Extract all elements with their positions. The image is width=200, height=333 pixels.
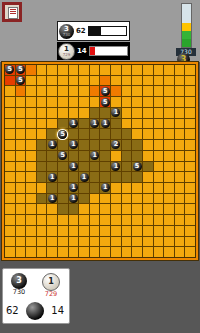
board-cell[interactable]: 1 [111, 108, 121, 118]
board-cell[interactable] [69, 247, 79, 257]
board-cell[interactable] [16, 247, 26, 257]
board-cell[interactable] [175, 97, 185, 107]
board-cell[interactable] [143, 237, 153, 247]
board-cell[interactable] [132, 226, 142, 236]
board-cell[interactable]: 5 [58, 151, 68, 161]
board-cell[interactable] [122, 247, 132, 257]
board-cell[interactable] [175, 140, 185, 150]
board-cell[interactable] [111, 194, 121, 204]
board-cell[interactable]: 5 [100, 97, 110, 107]
board-cell[interactable] [185, 247, 195, 257]
board-cell[interactable] [26, 151, 36, 161]
board-cell[interactable] [132, 86, 142, 96]
board-cell[interactable] [154, 76, 164, 86]
board-cell[interactable] [37, 204, 47, 214]
board-cell[interactable] [175, 204, 185, 214]
board-cell[interactable] [37, 237, 47, 247]
board-cell[interactable] [164, 215, 174, 225]
board-cell[interactable] [122, 108, 132, 118]
board-cell[interactable] [79, 119, 89, 129]
board-cell[interactable] [58, 204, 68, 214]
board-cell[interactable] [26, 162, 36, 172]
board-cell[interactable] [79, 86, 89, 96]
board-cell[interactable] [175, 65, 185, 75]
board-cell[interactable] [16, 119, 26, 129]
board-cell[interactable] [154, 183, 164, 193]
board-cell[interactable] [154, 151, 164, 161]
board-cell[interactable] [122, 204, 132, 214]
board-cell[interactable] [37, 65, 47, 75]
board-cell[interactable] [100, 247, 110, 257]
board-cell[interactable] [58, 65, 68, 75]
board-cell[interactable] [16, 237, 26, 247]
board-cell[interactable] [154, 237, 164, 247]
board-cell[interactable] [26, 108, 36, 118]
board-cell[interactable] [37, 76, 47, 86]
board-cell[interactable]: 5 [132, 162, 142, 172]
board-cell[interactable] [143, 215, 153, 225]
board-cell[interactable] [90, 162, 100, 172]
board-cell[interactable] [132, 172, 142, 182]
board-cell[interactable]: 1 [47, 172, 57, 182]
board-cell[interactable] [79, 108, 89, 118]
board-cell[interactable] [154, 108, 164, 118]
board-cell[interactable] [90, 108, 100, 118]
board-cell[interactable] [16, 108, 26, 118]
board-cell[interactable] [132, 215, 142, 225]
board-cell[interactable]: 1 [100, 119, 110, 129]
board-cell[interactable] [47, 215, 57, 225]
board-cell[interactable] [175, 183, 185, 193]
board-cell[interactable] [185, 86, 195, 96]
board-cell[interactable] [132, 183, 142, 193]
board-cell[interactable] [164, 129, 174, 139]
board-cell[interactable] [122, 172, 132, 182]
board-cell[interactable] [132, 237, 142, 247]
board-cell[interactable] [5, 119, 15, 129]
board-cell[interactable]: 1 [79, 172, 89, 182]
board-cell[interactable] [143, 183, 153, 193]
board-cell[interactable] [185, 151, 195, 161]
board-cell[interactable] [164, 108, 174, 118]
board-cell[interactable] [164, 237, 174, 247]
board-cell[interactable] [100, 162, 110, 172]
board-cell[interactable] [16, 226, 26, 236]
board-cell[interactable] [37, 97, 47, 107]
board-cell[interactable] [79, 247, 89, 257]
board-cell[interactable] [175, 247, 185, 257]
board-cell[interactable] [143, 247, 153, 257]
board-cell[interactable]: 5 [58, 129, 68, 139]
board-cell[interactable] [26, 140, 36, 150]
board-cell[interactable]: 1 [47, 194, 57, 204]
board-cell[interactable] [90, 183, 100, 193]
board-cell[interactable] [79, 162, 89, 172]
board-cell[interactable] [26, 194, 36, 204]
board-cell[interactable] [154, 215, 164, 225]
board-cell[interactable] [5, 226, 15, 236]
board-cell[interactable]: 5 [16, 76, 26, 86]
board-cell[interactable] [154, 86, 164, 96]
board-cell[interactable] [100, 129, 110, 139]
board-cell[interactable] [100, 237, 110, 247]
board-cell[interactable] [47, 237, 57, 247]
board-cell[interactable] [122, 86, 132, 96]
board-cell[interactable] [100, 76, 110, 86]
board-cell[interactable] [26, 76, 36, 86]
board-cell[interactable] [164, 162, 174, 172]
board-cell[interactable] [47, 129, 57, 139]
board-cell[interactable] [100, 204, 110, 214]
board-cell[interactable] [154, 172, 164, 182]
board-cell[interactable] [5, 215, 15, 225]
board-cell[interactable] [5, 247, 15, 257]
board-cell[interactable] [143, 226, 153, 236]
board-cell[interactable]: 5 [100, 86, 110, 96]
board-cell[interactable] [143, 140, 153, 150]
board-cell[interactable] [111, 119, 121, 129]
board-cell[interactable] [111, 226, 121, 236]
board-cell[interactable] [122, 237, 132, 247]
board-cell[interactable] [69, 76, 79, 86]
board-cell[interactable] [175, 86, 185, 96]
board-cell[interactable] [175, 119, 185, 129]
board-cell[interactable] [185, 204, 195, 214]
board-cell[interactable] [122, 194, 132, 204]
board-cell[interactable]: 1 [90, 151, 100, 161]
board-cell[interactable] [5, 204, 15, 214]
board-cell[interactable] [79, 76, 89, 86]
board-cell[interactable]: 1 [69, 119, 79, 129]
board-cell[interactable] [111, 183, 121, 193]
board-cell[interactable] [164, 247, 174, 257]
board-cell[interactable] [154, 97, 164, 107]
board-cell[interactable] [111, 237, 121, 247]
board-cell[interactable] [16, 140, 26, 150]
board-cell[interactable] [185, 183, 195, 193]
board-cell[interactable] [47, 119, 57, 129]
board-cell[interactable] [90, 97, 100, 107]
board-cell[interactable] [90, 226, 100, 236]
board-cell[interactable] [58, 119, 68, 129]
board-cell[interactable] [132, 119, 142, 129]
board-cell[interactable] [47, 247, 57, 257]
board-cell[interactable] [47, 204, 57, 214]
board-cell[interactable] [26, 215, 36, 225]
board-cell[interactable] [111, 204, 121, 214]
board-cell[interactable]: 1 [69, 194, 79, 204]
board-cell[interactable] [58, 183, 68, 193]
board-cell[interactable] [26, 129, 36, 139]
board-cell[interactable] [90, 129, 100, 139]
board-cell[interactable] [175, 129, 185, 139]
board-cell[interactable] [132, 97, 142, 107]
board-cell[interactable] [79, 226, 89, 236]
board-cell[interactable] [164, 226, 174, 236]
board-cell[interactable] [79, 129, 89, 139]
board-cell[interactable] [26, 183, 36, 193]
board-cell[interactable] [175, 226, 185, 236]
board-cell[interactable] [154, 129, 164, 139]
board-cell[interactable] [5, 108, 15, 118]
board-cell[interactable] [90, 237, 100, 247]
board-cell[interactable] [37, 183, 47, 193]
board-cell[interactable] [154, 119, 164, 129]
board-cell[interactable] [16, 86, 26, 96]
board-cell[interactable] [164, 76, 174, 86]
board-cell[interactable]: 1 [111, 162, 121, 172]
board-cell[interactable] [37, 129, 47, 139]
board-cell[interactable] [164, 119, 174, 129]
board-cell[interactable] [100, 226, 110, 236]
board-cell[interactable] [5, 172, 15, 182]
board-cell[interactable]: 1 [69, 140, 79, 150]
board-cell[interactable] [154, 204, 164, 214]
game-log-icon[interactable] [2, 2, 22, 22]
board-cell[interactable] [143, 65, 153, 75]
board-cell[interactable] [26, 204, 36, 214]
board-cell[interactable] [26, 172, 36, 182]
board-cell[interactable] [90, 204, 100, 214]
board-cell[interactable] [47, 97, 57, 107]
board-cell[interactable] [16, 194, 26, 204]
board-cell[interactable] [69, 151, 79, 161]
board-cell[interactable] [69, 237, 79, 247]
board-cell[interactable] [5, 237, 15, 247]
board-cell[interactable] [90, 140, 100, 150]
board-cell[interactable] [164, 140, 174, 150]
board-cell[interactable] [5, 183, 15, 193]
board-cell[interactable] [90, 215, 100, 225]
board-cell[interactable] [69, 65, 79, 75]
board-cell[interactable] [111, 129, 121, 139]
board-cell[interactable] [143, 108, 153, 118]
board-cell[interactable] [164, 204, 174, 214]
board-cell[interactable] [58, 215, 68, 225]
board-cell[interactable] [154, 140, 164, 150]
board-cell[interactable] [100, 65, 110, 75]
board-cell[interactable] [164, 183, 174, 193]
board-cell[interactable]: 2 [111, 140, 121, 150]
board-cell[interactable] [58, 108, 68, 118]
board-cell[interactable] [122, 97, 132, 107]
board-cell[interactable] [122, 215, 132, 225]
board-cell[interactable] [5, 86, 15, 96]
board-cell[interactable] [122, 65, 132, 75]
board-cell[interactable] [16, 162, 26, 172]
board-cell[interactable] [122, 183, 132, 193]
board-cell[interactable] [122, 151, 132, 161]
board-cell[interactable] [58, 172, 68, 182]
board-cell[interactable] [58, 237, 68, 247]
board-cell[interactable] [164, 172, 174, 182]
board-cell[interactable] [58, 76, 68, 86]
board-cell[interactable] [185, 237, 195, 247]
board-cell[interactable] [16, 215, 26, 225]
board-cell[interactable] [175, 162, 185, 172]
board-cell[interactable] [111, 65, 121, 75]
board-cell[interactable] [122, 140, 132, 150]
board-cell[interactable] [175, 76, 185, 86]
board-cell[interactable] [47, 183, 57, 193]
board-cell[interactable] [164, 65, 174, 75]
board-cell[interactable] [58, 226, 68, 236]
board-cell[interactable] [90, 86, 100, 96]
board-cell[interactable] [132, 76, 142, 86]
board-cell[interactable] [5, 129, 15, 139]
board-cell[interactable] [79, 204, 89, 214]
board-cell[interactable] [143, 204, 153, 214]
board-cell[interactable] [122, 76, 132, 86]
board-cell[interactable] [132, 129, 142, 139]
board-cell[interactable] [5, 76, 15, 86]
board-cell[interactable] [100, 215, 110, 225]
board-cell[interactable] [143, 194, 153, 204]
board-cell[interactable] [26, 86, 36, 96]
board-cell[interactable] [185, 119, 195, 129]
board-cell[interactable] [111, 247, 121, 257]
board-cell[interactable] [47, 65, 57, 75]
board-cell[interactable] [16, 97, 26, 107]
board-cell[interactable] [111, 76, 121, 86]
board-cell[interactable] [122, 119, 132, 129]
board-cell[interactable] [69, 172, 79, 182]
board-cell[interactable] [100, 172, 110, 182]
board-cell[interactable] [185, 194, 195, 204]
board-cell[interactable] [185, 140, 195, 150]
board-cell[interactable] [122, 226, 132, 236]
board-cell[interactable] [5, 97, 15, 107]
board-cell[interactable] [90, 65, 100, 75]
board-cell[interactable] [164, 97, 174, 107]
board-cell[interactable] [58, 97, 68, 107]
board-cell[interactable]: 1 [100, 183, 110, 193]
board-cell[interactable] [79, 194, 89, 204]
board-cell[interactable] [185, 215, 195, 225]
board-cell[interactable] [69, 215, 79, 225]
board-cell[interactable] [37, 172, 47, 182]
board-cell[interactable] [37, 151, 47, 161]
board-cell[interactable] [132, 194, 142, 204]
board-cell[interactable] [132, 140, 142, 150]
board-cell[interactable]: 1 [90, 119, 100, 129]
board-cell[interactable] [143, 151, 153, 161]
board-cell[interactable] [47, 108, 57, 118]
board-cell[interactable] [90, 194, 100, 204]
board-cell[interactable] [143, 119, 153, 129]
board-cell[interactable] [100, 151, 110, 161]
board-cell[interactable] [175, 151, 185, 161]
board-cell[interactable] [69, 97, 79, 107]
board-cell[interactable] [37, 86, 47, 96]
board-cell[interactable] [37, 162, 47, 172]
board-cell[interactable] [111, 86, 121, 96]
board-cell[interactable] [58, 162, 68, 172]
board-cell[interactable] [79, 183, 89, 193]
board-cell[interactable] [154, 65, 164, 75]
board-cell[interactable] [132, 108, 142, 118]
board-cell[interactable] [164, 86, 174, 96]
board-cell[interactable] [185, 162, 195, 172]
board-cell[interactable] [79, 140, 89, 150]
board-cell[interactable] [58, 247, 68, 257]
board-cell[interactable] [175, 237, 185, 247]
board-cell[interactable] [175, 172, 185, 182]
board-cell[interactable] [26, 65, 36, 75]
board-cell[interactable] [175, 194, 185, 204]
board-cell[interactable] [47, 226, 57, 236]
board-cell[interactable] [37, 140, 47, 150]
board-cell[interactable] [16, 183, 26, 193]
board-cell[interactable] [132, 247, 142, 257]
board-cell[interactable] [111, 97, 121, 107]
board-cell[interactable] [185, 226, 195, 236]
board-cell[interactable] [16, 172, 26, 182]
board-cell[interactable] [143, 86, 153, 96]
board-cell[interactable] [16, 204, 26, 214]
board-cell[interactable] [154, 162, 164, 172]
board-cell[interactable] [185, 108, 195, 118]
board-cell[interactable] [90, 172, 100, 182]
board-cell[interactable] [143, 97, 153, 107]
board-cell[interactable] [26, 237, 36, 247]
board-cell[interactable] [90, 247, 100, 257]
board-cell[interactable] [26, 247, 36, 257]
board-cell[interactable] [5, 151, 15, 161]
board-cell[interactable] [79, 65, 89, 75]
board-cell[interactable] [100, 108, 110, 118]
board-cell[interactable] [47, 76, 57, 86]
board-cell[interactable] [185, 129, 195, 139]
board-cell[interactable] [37, 226, 47, 236]
board-cell[interactable] [79, 151, 89, 161]
board-cell[interactable] [122, 129, 132, 139]
board-cell[interactable] [143, 76, 153, 86]
board-cell[interactable] [69, 86, 79, 96]
board-cell[interactable]: 5 [5, 65, 15, 75]
board-cell[interactable] [143, 162, 153, 172]
board-cell[interactable] [37, 119, 47, 129]
board-cell[interactable] [154, 194, 164, 204]
board-cell[interactable] [26, 97, 36, 107]
board-cell[interactable] [111, 172, 121, 182]
board-cell[interactable] [47, 151, 57, 161]
board-cell[interactable] [69, 226, 79, 236]
board-cell[interactable] [69, 204, 79, 214]
board-cell[interactable] [16, 151, 26, 161]
board-cell[interactable] [47, 86, 57, 96]
board-cell[interactable] [5, 162, 15, 172]
board-cell[interactable] [111, 151, 121, 161]
board-cell[interactable] [79, 97, 89, 107]
board-cell[interactable] [185, 65, 195, 75]
board-cell[interactable]: 1 [47, 140, 57, 150]
board-cell[interactable] [16, 129, 26, 139]
board-cell[interactable] [185, 172, 195, 182]
board-cell[interactable] [164, 194, 174, 204]
board-cell[interactable] [37, 215, 47, 225]
board-cell[interactable] [90, 76, 100, 86]
board-cell[interactable] [143, 172, 153, 182]
board-cell[interactable] [5, 194, 15, 204]
board-cell[interactable] [26, 119, 36, 129]
board-cell[interactable] [132, 65, 142, 75]
board-cell[interactable]: 1 [69, 183, 79, 193]
board-cell[interactable] [37, 247, 47, 257]
board-cell[interactable] [58, 140, 68, 150]
board-cell[interactable] [58, 194, 68, 204]
board-cell[interactable] [175, 215, 185, 225]
